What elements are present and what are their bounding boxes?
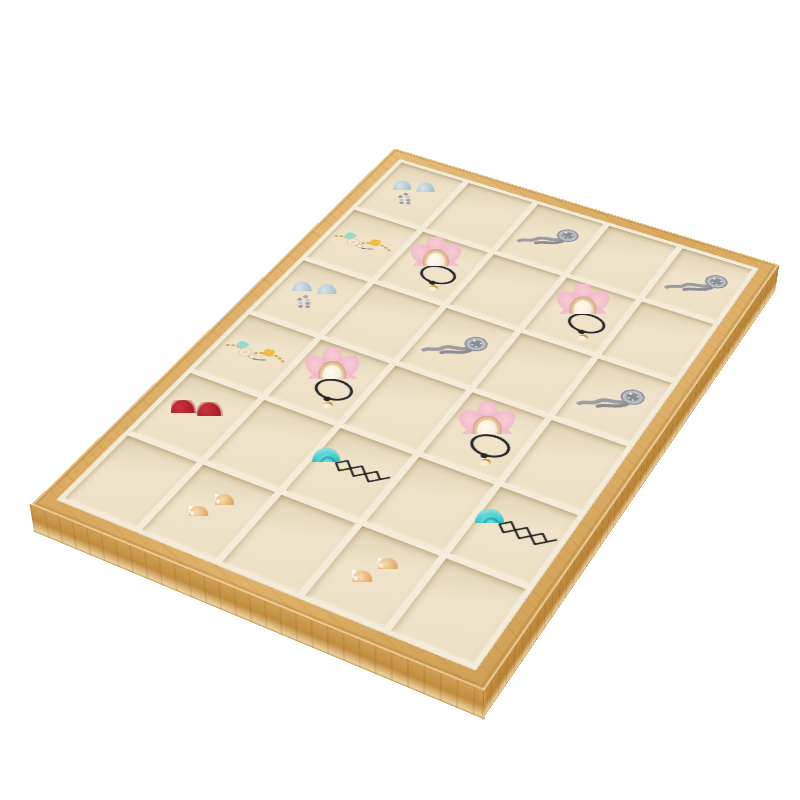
pearl-top xyxy=(378,558,398,578)
crystal-dangles xyxy=(302,295,309,299)
blue-ball-right xyxy=(317,284,337,304)
pearl-dangle xyxy=(426,284,440,293)
pompom-left xyxy=(171,400,194,423)
teal-rose xyxy=(312,448,340,476)
silver-pendant-necklace xyxy=(513,216,588,259)
pink-flower-hair-tie xyxy=(393,242,473,292)
blue-stud-earrings xyxy=(275,276,347,317)
product-photo-stage xyxy=(0,0,800,800)
gold-charm-bracelet xyxy=(327,227,398,260)
necklace-shape xyxy=(417,322,498,371)
red-pompom-earrings xyxy=(161,394,231,436)
pearl-bottom xyxy=(189,506,209,526)
silver-pendant-necklace xyxy=(417,322,498,371)
elastic-band xyxy=(308,374,359,405)
bracelet-shape xyxy=(327,227,398,260)
blue-stud-earrings xyxy=(377,176,444,212)
pearl-stud-earrings xyxy=(337,549,409,602)
blue-ball-left xyxy=(393,180,412,199)
rhinestone-cap xyxy=(375,561,379,565)
tray-cell-r6c1 xyxy=(65,435,198,527)
bracelet-shape xyxy=(217,334,293,372)
pink-flower-hair-tie xyxy=(285,351,372,408)
rhinestone-cap xyxy=(349,574,353,578)
elastic-band xyxy=(464,429,516,462)
teal-flower-headband xyxy=(304,448,395,497)
necklace-shape xyxy=(660,261,737,306)
pearl-dangle xyxy=(477,457,493,468)
jewelry-tray xyxy=(31,148,779,690)
pompom-right xyxy=(198,402,222,426)
pearl-bottom xyxy=(352,570,372,590)
pearl-dangle xyxy=(320,400,336,411)
blue-ball-left xyxy=(292,282,312,302)
necklace-shape xyxy=(513,216,588,259)
scene xyxy=(0,0,800,800)
rhinestone-cap xyxy=(186,509,190,513)
necklace-shape xyxy=(572,374,655,426)
rhinestone-cap xyxy=(212,497,216,501)
silver-pendant-necklace xyxy=(660,261,737,306)
pink-flower-hair-tie xyxy=(440,405,528,466)
pearl-stud-earrings xyxy=(174,486,245,536)
pink-flower-hair-tie xyxy=(540,288,621,341)
elastic-band xyxy=(414,262,461,288)
crystal-dangles xyxy=(403,193,409,196)
tray-grid xyxy=(56,158,760,671)
silver-pendant-necklace xyxy=(572,374,655,426)
gold-charm-bracelet xyxy=(217,334,293,372)
pearl-top xyxy=(215,494,234,513)
elastic-band xyxy=(562,310,610,338)
blue-ball-right xyxy=(416,183,435,202)
pearl-dangle xyxy=(576,333,590,343)
teal-flower-headband xyxy=(467,508,562,560)
